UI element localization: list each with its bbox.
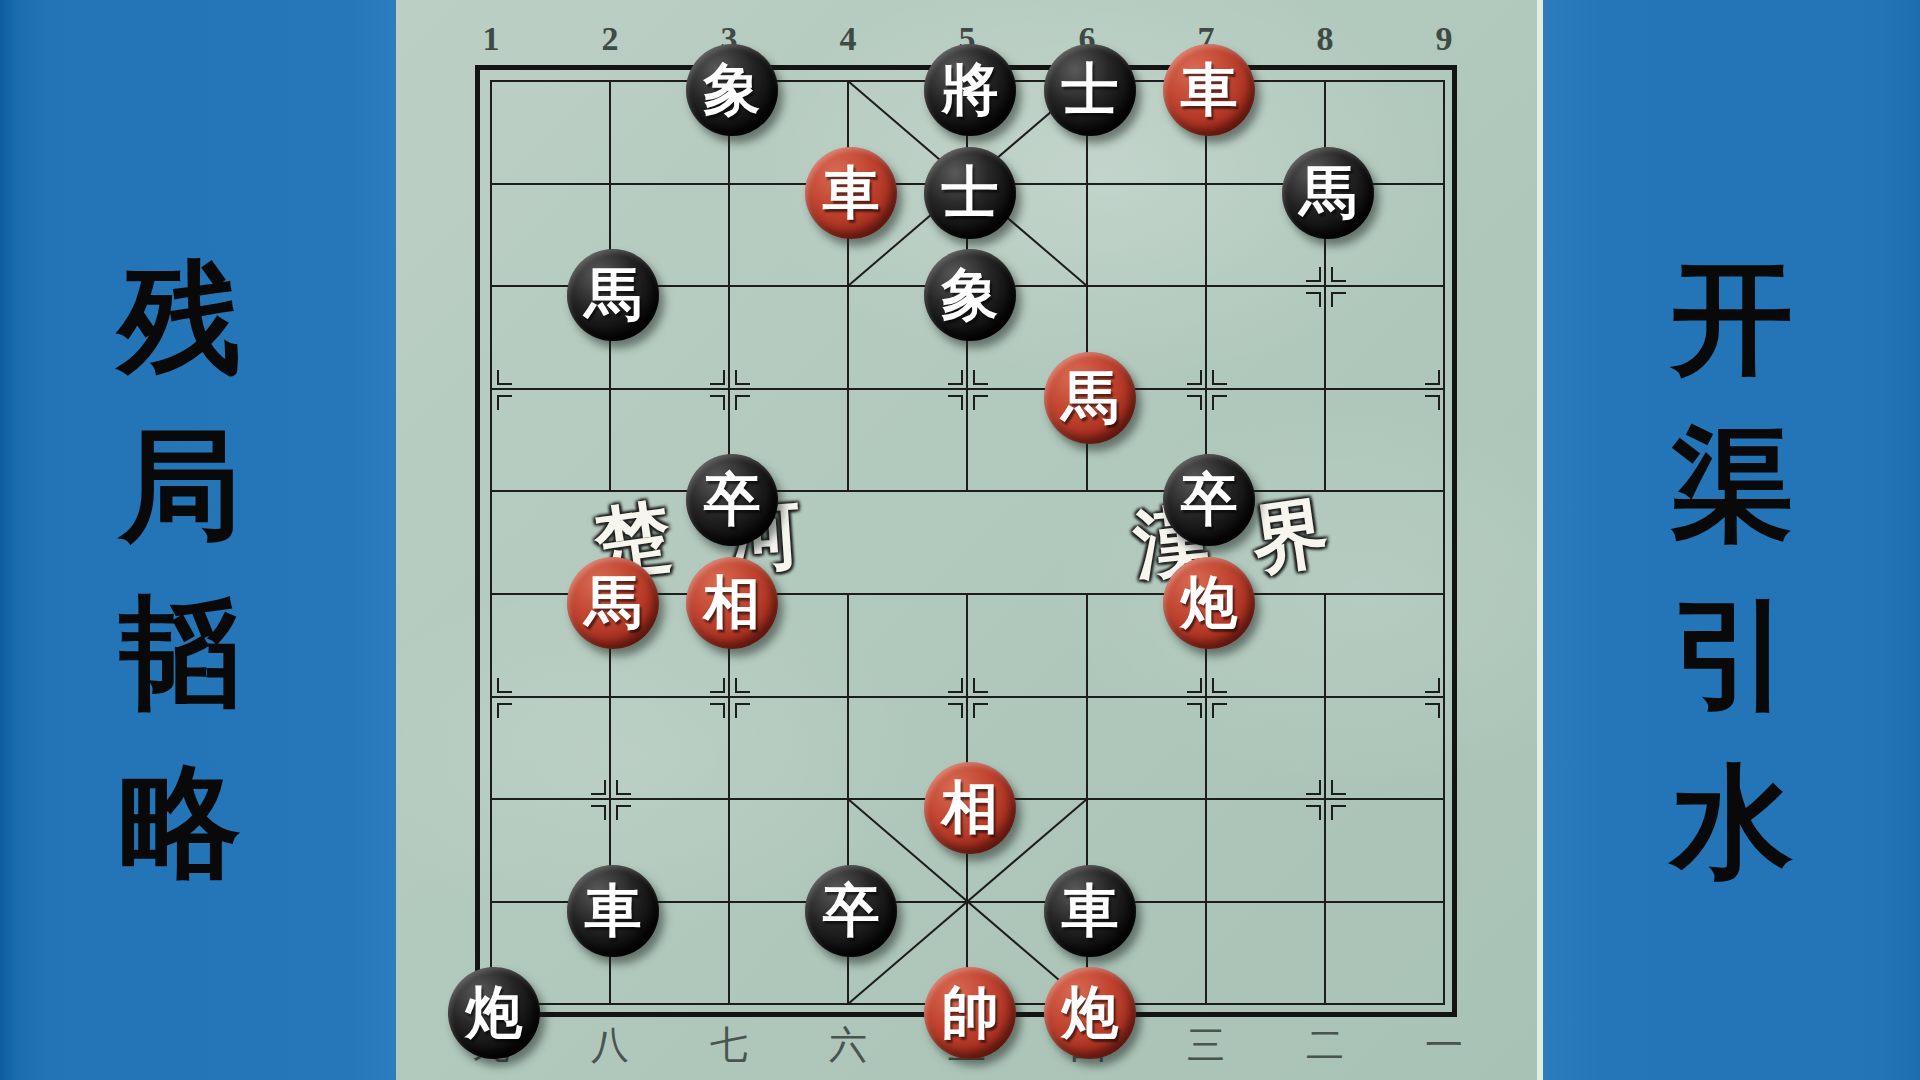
point-mark [710, 703, 725, 718]
point-mark [1306, 780, 1321, 795]
point-mark [1187, 703, 1202, 718]
point-mark [710, 678, 725, 693]
point-mark [497, 678, 512, 693]
piece-black-advisor[interactable]: 士 [1044, 44, 1136, 136]
piece-black-elephant[interactable]: 象 [924, 249, 1016, 341]
piece-character: 象 [704, 52, 761, 129]
piece-character: 車 [823, 155, 880, 232]
point-mark [591, 805, 606, 820]
point-mark [1212, 678, 1227, 693]
piece-character: 馬 [1300, 155, 1357, 232]
file-label-bottom: 八 [591, 1020, 629, 1071]
point-mark [1212, 370, 1227, 385]
point-mark [616, 780, 631, 795]
piece-character: 卒 [1181, 462, 1238, 539]
point-mark [497, 370, 512, 385]
piece-character: 炮 [1181, 565, 1238, 642]
point-mark [1425, 395, 1440, 410]
piece-red-horse[interactable]: 馬 [567, 557, 659, 649]
piece-red-elephant[interactable]: 相 [924, 762, 1016, 854]
point-mark [735, 703, 750, 718]
piece-red-horse[interactable]: 馬 [1044, 352, 1136, 444]
point-mark [973, 678, 988, 693]
piece-character: 馬 [585, 565, 642, 642]
piece-red-cannon[interactable]: 炮 [1163, 557, 1255, 649]
point-mark [1331, 780, 1346, 795]
piece-black-horse[interactable]: 馬 [1282, 147, 1374, 239]
file-label-top: 1 [483, 20, 500, 58]
piece-character: 相 [704, 565, 761, 642]
piece-character: 卒 [823, 873, 880, 950]
piece-character: 馬 [1062, 360, 1119, 437]
piece-black-advisor[interactable]: 士 [924, 147, 1016, 239]
point-mark [948, 703, 963, 718]
piece-black-horse[interactable]: 馬 [567, 249, 659, 341]
point-mark [1331, 267, 1346, 282]
file-label-bottom: 一 [1425, 1020, 1463, 1071]
point-mark [1306, 267, 1321, 282]
piece-black-elephant[interactable]: 象 [686, 44, 778, 136]
piece-character: 車 [1062, 873, 1119, 950]
piece-character: 馬 [585, 257, 642, 334]
piece-character: 車 [1181, 52, 1238, 129]
point-mark [1187, 370, 1202, 385]
xiangqi-screenshot: 残局韬略 开渠引水 123456789 九八七六五四三二一 楚河漢界 象將士車車… [0, 0, 1920, 1080]
point-mark [948, 370, 963, 385]
point-mark [735, 370, 750, 385]
point-mark [973, 395, 988, 410]
file-label-top: 8 [1317, 20, 1334, 58]
point-mark [1306, 805, 1321, 820]
piece-red-chariot[interactable]: 車 [1163, 44, 1255, 136]
file-label-bottom: 二 [1306, 1020, 1344, 1071]
point-mark [497, 395, 512, 410]
piece-red-general[interactable]: 帥 [924, 967, 1016, 1059]
point-mark [973, 370, 988, 385]
piece-black-soldier[interactable]: 卒 [686, 454, 778, 546]
point-mark [948, 395, 963, 410]
point-mark [735, 678, 750, 693]
point-mark [497, 703, 512, 718]
file-label-bottom: 六 [829, 1020, 867, 1071]
point-mark [1331, 805, 1346, 820]
piece-character: 炮 [466, 975, 523, 1052]
piece-red-elephant[interactable]: 相 [686, 557, 778, 649]
river-character: 界 [1247, 493, 1333, 579]
point-mark [1212, 703, 1227, 718]
point-mark [1425, 370, 1440, 385]
piece-red-cannon[interactable]: 炮 [1044, 967, 1136, 1059]
piece-character: 士 [942, 155, 999, 232]
piece-character: 相 [942, 770, 999, 847]
point-mark [973, 703, 988, 718]
point-mark [591, 780, 606, 795]
file-label-top: 4 [840, 20, 857, 58]
point-mark [1212, 395, 1227, 410]
point-mark [710, 395, 725, 410]
file-label-top: 2 [602, 20, 619, 58]
point-mark [735, 395, 750, 410]
piece-black-cannon[interactable]: 炮 [448, 967, 540, 1059]
point-mark [1425, 678, 1440, 693]
piece-black-soldier[interactable]: 卒 [1163, 454, 1255, 546]
piece-character: 炮 [1062, 975, 1119, 1052]
point-mark [1187, 678, 1202, 693]
point-mark [710, 370, 725, 385]
point-mark [948, 678, 963, 693]
file-label-bottom: 七 [710, 1020, 748, 1071]
piece-black-chariot[interactable]: 車 [567, 865, 659, 957]
piece-character: 帥 [942, 975, 999, 1052]
piece-black-soldier[interactable]: 卒 [805, 865, 897, 957]
point-mark [616, 805, 631, 820]
piece-character: 卒 [704, 462, 761, 539]
point-mark [1187, 395, 1202, 410]
piece-character: 象 [942, 257, 999, 334]
piece-black-chariot[interactable]: 車 [1044, 865, 1136, 957]
piece-red-chariot[interactable]: 車 [805, 147, 897, 239]
piece-character: 車 [585, 873, 642, 950]
point-mark [1331, 292, 1346, 307]
piece-character: 士 [1062, 52, 1119, 129]
piece-character: 將 [942, 52, 999, 129]
point-mark [1306, 292, 1321, 307]
point-mark [1425, 703, 1440, 718]
file-label-top: 9 [1436, 20, 1453, 58]
piece-black-general[interactable]: 將 [924, 44, 1016, 136]
file-label-bottom: 三 [1187, 1020, 1225, 1071]
